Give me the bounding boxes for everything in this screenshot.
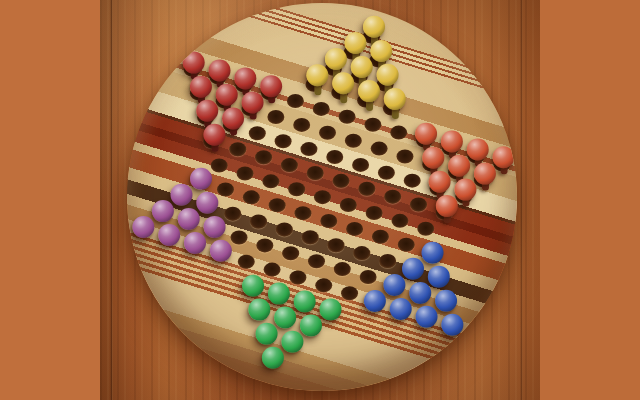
hole [236,166,253,180]
hole [256,238,273,252]
peg-ball-green [281,331,303,353]
peg-ball-green [262,347,284,369]
peg-ball-purple [158,224,180,246]
hole [341,286,358,300]
hole [267,110,284,124]
hole [301,230,318,244]
peg-ball-red [215,84,237,106]
hole [286,94,303,108]
peg-purple[interactable] [210,240,232,265]
peg-ball-purple [203,216,225,238]
hole [282,246,299,260]
hole [417,222,434,236]
hole [231,231,248,245]
hole [314,190,331,204]
peg-blue[interactable] [364,290,386,312]
hole [338,110,355,124]
hole [308,254,325,268]
peg-green[interactable] [293,290,315,312]
hole [360,270,377,284]
peg-green[interactable] [262,347,284,369]
hole [396,149,413,163]
peg-ball-blue [364,290,386,312]
letterbox-left [0,0,100,400]
peg-green[interactable] [281,331,303,353]
peg-orange-red[interactable] [435,195,457,224]
peg-ball-purple [210,240,232,262]
hole [210,158,227,172]
hole [398,238,415,252]
hole [320,214,337,228]
peg-red[interactable] [241,91,263,120]
peg-ball-yellow [332,72,354,94]
peg-ball-green [267,282,289,304]
hole [377,166,394,180]
hole [390,125,407,139]
peg-ball-orange-red [435,195,457,217]
hole [312,102,329,116]
hole [365,206,382,220]
hole [371,142,388,156]
peg-purple[interactable] [158,224,180,249]
peg-ball-blue [416,306,438,328]
hole [379,254,396,268]
hole [262,174,279,188]
hole [372,230,389,244]
peg-ball-purple [184,232,206,254]
hole [315,278,332,292]
hole [237,255,254,269]
hole [224,206,241,220]
peg-ball-purple [151,200,173,222]
peg-blue[interactable] [409,282,431,304]
hole [403,174,420,188]
peg-ball-yellow [358,80,380,102]
hole [352,158,369,172]
peg-ball-yellow [370,40,392,62]
peg-ball-purple [132,216,154,238]
hole [269,198,286,212]
peg-green[interactable] [255,323,277,345]
peg-ball-yellow [306,64,328,86]
peg-green[interactable] [242,275,264,297]
hole [288,182,305,196]
peg-ball-blue [390,298,412,320]
peg-ball-red [203,124,225,146]
table-surface [100,0,540,400]
hole [229,142,246,156]
peg-ball-purple [190,168,212,190]
peg-ball-yellow [383,88,405,110]
hole [391,214,408,228]
hole [243,190,260,204]
peg-ball-orange-red [422,147,444,169]
peg-purple[interactable] [177,208,199,233]
peg-yellow[interactable] [358,80,380,112]
peg-yellow[interactable] [332,72,354,104]
hole [293,118,310,132]
peg-ball-blue [421,242,443,264]
hole [274,134,291,148]
hole [250,214,267,228]
hole [326,150,343,164]
peg-green[interactable] [267,282,289,304]
hole [307,166,324,180]
peg-ball-green [242,275,264,297]
peg-green[interactable] [248,299,270,321]
peg-green[interactable] [319,298,341,320]
hole [334,262,351,276]
hole [275,222,292,236]
hole [384,190,401,204]
peg-ball-blue [383,274,405,296]
peg-ball-green [293,290,315,312]
screenshot [0,0,640,400]
peg-blue[interactable] [416,306,438,328]
peg-purple[interactable] [190,168,212,193]
peg-ball-red [189,76,211,98]
hole [248,126,265,140]
peg-blue[interactable] [390,298,412,320]
peg-yellow[interactable] [383,88,405,120]
peg-blue[interactable] [383,274,405,296]
peg-ball-red [183,52,205,74]
peg-purple[interactable] [184,232,206,257]
peg-purple[interactable] [132,216,154,241]
hole [319,126,336,140]
hole [255,150,272,164]
hole [300,142,317,156]
peg-ball-green [319,298,341,320]
peg-ball-orange-red [473,162,495,184]
peg-orange-red[interactable] [473,162,495,191]
hole [217,182,234,196]
peg-ball-blue [441,314,463,336]
hole [339,198,356,212]
hole [353,246,370,260]
peg-yellow[interactable] [306,64,328,96]
peg-ball-orange-red [448,155,470,177]
peg-purple[interactable] [203,216,225,241]
peg-ball-green [255,323,277,345]
peg-purple[interactable] [151,200,173,225]
peg-ball-red [241,91,263,113]
peg-blue[interactable] [421,242,443,264]
peg-ball-green [248,299,270,321]
peg-blue[interactable] [435,290,457,312]
hole [346,222,363,236]
hole [364,118,381,132]
chinese-checkers-board [127,3,517,391]
letterbox-right [540,0,640,400]
hole [333,174,350,188]
peg-red[interactable] [203,124,225,153]
peg-ball-orange-red [415,123,437,145]
peg-ball-red [196,100,218,122]
peg-ball-orange-red [429,171,451,193]
peg-ball-yellow [344,32,366,54]
hole [327,238,344,252]
peg-ball-purple [177,208,199,230]
hole [294,206,311,220]
peg-blue[interactable] [441,314,463,336]
hole [345,134,362,148]
hole [358,182,375,196]
peg-ball-blue [435,290,457,312]
hole [289,270,306,284]
hole [263,262,280,276]
peg-ball-blue [409,282,431,304]
hole [410,198,427,212]
hole [281,158,298,172]
